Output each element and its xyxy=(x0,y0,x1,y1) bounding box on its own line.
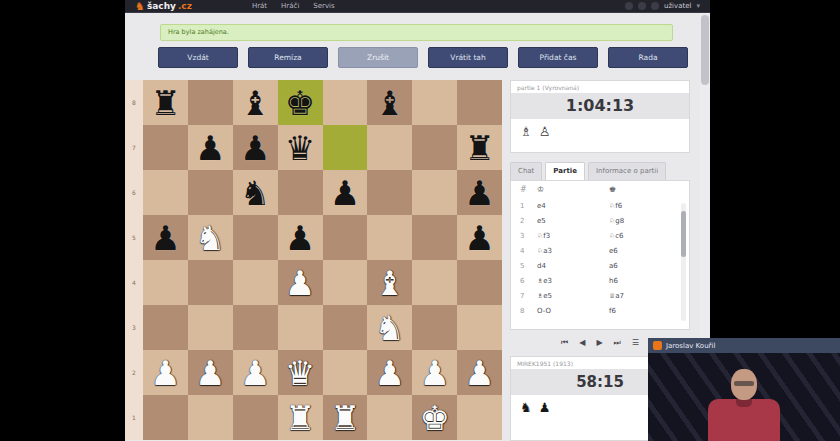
square-g7[interactable] xyxy=(412,125,457,170)
stream-logo-icon xyxy=(653,341,662,350)
opponent-card: partie 1 (Vyrovnaná) 1:04:13 ♗♙ xyxy=(510,80,690,153)
white-pawn: ♟ xyxy=(150,356,180,390)
commentator-webcam[interactable]: Jaroslav Kouřil xyxy=(648,338,840,441)
square-c3[interactable] xyxy=(233,305,278,350)
move-row-7: 7♗e5♕a7 xyxy=(511,288,679,303)
black-queen: ♛ xyxy=(285,131,315,165)
move-number: 1 xyxy=(511,198,533,213)
move-number: 4 xyxy=(511,243,533,258)
opponent-clock: 1:04:13 xyxy=(511,93,689,119)
move-table: # ♔ ♚ 1e4♘f62e5♘g83♘f3♘c64♘a3e65d4a66♗e3… xyxy=(511,181,679,318)
white-king: ♚ xyxy=(419,401,449,435)
black-knight: ♞ xyxy=(240,176,270,210)
square-d7[interactable]: ♛ xyxy=(278,125,323,170)
black-pawn: ♟ xyxy=(285,221,315,255)
white-move[interactable]: e5 xyxy=(533,213,605,228)
square-f1[interactable] xyxy=(367,395,412,440)
nav-icon-3[interactable] xyxy=(651,2,659,10)
nav-item-servis[interactable]: Servis xyxy=(313,2,334,10)
nav-icon-2[interactable] xyxy=(638,2,646,10)
opponent-captured-tray: ♗♙ xyxy=(511,119,689,143)
square-f4[interactable]: ♝ xyxy=(367,260,412,305)
square-e4[interactable] xyxy=(323,260,368,305)
vzdat-button[interactable]: Vzdát xyxy=(158,47,238,68)
black-move[interactable]: a6 xyxy=(605,258,679,273)
tab-informace-o-partii[interactable]: Informace o partii xyxy=(588,162,666,180)
square-e7[interactable] xyxy=(323,125,368,170)
square-c6[interactable]: ♞ xyxy=(233,170,278,215)
square-c7[interactable]: ♟ xyxy=(233,125,278,170)
square-d1[interactable]: ♜ xyxy=(278,395,323,440)
black-pawn: ♟ xyxy=(464,221,494,255)
chevron-down-icon[interactable]: ▾ xyxy=(696,2,700,10)
move-row-3: 3♘f3♘c6 xyxy=(511,228,679,243)
knight-logo-icon: ♞ xyxy=(135,1,145,12)
square-g5[interactable] xyxy=(412,215,457,260)
prev-move-button[interactable]: ◀ xyxy=(579,338,585,348)
square-b8[interactable] xyxy=(188,80,233,125)
white-pawn: ♟ xyxy=(375,356,405,390)
square-e3[interactable] xyxy=(323,305,368,350)
square-h6[interactable]: ♟ xyxy=(457,170,502,215)
captured-black-piece-icon: ♞ xyxy=(520,400,532,415)
white-pawn: ♟ xyxy=(240,356,270,390)
site-logo[interactable]: ♞ šachy .cz xyxy=(135,1,192,12)
black-rook: ♜ xyxy=(150,86,180,120)
white-knight: ♞ xyxy=(375,311,405,345)
square-d6[interactable] xyxy=(278,170,323,215)
webcam-title-bar: Jaroslav Kouřil xyxy=(648,338,840,353)
white-pawn: ♟ xyxy=(464,356,494,390)
square-c8[interactable]: ♝ xyxy=(233,80,278,125)
nav-icon-1[interactable] xyxy=(625,2,633,10)
square-h4[interactable] xyxy=(457,260,502,305)
remiza-button[interactable]: Remíza xyxy=(248,47,328,68)
move-number: 7 xyxy=(511,288,533,303)
commentator-name: Jaroslav Kouřil xyxy=(666,342,715,350)
white-rook: ♜ xyxy=(285,401,315,435)
logo-text: šachy xyxy=(147,1,176,11)
chess-board: ♜♝♚♝♟♟♛♜♞♟♟♟♞♟♟♟♝♞♟♟♟♛♟♟♟♜♜♚ xyxy=(143,80,502,440)
square-h1[interactable] xyxy=(457,395,502,440)
white-move[interactable]: ♗e5 xyxy=(533,288,605,303)
move-list-card: # ♔ ♚ 1e4♘f62e5♘g83♘f3♘c64♘a3e65d4a66♗e3… xyxy=(510,180,690,330)
black-pawn: ♟ xyxy=(150,221,180,255)
square-b4[interactable] xyxy=(188,260,233,305)
square-a4[interactable] xyxy=(143,260,188,305)
black-pawn: ♟ xyxy=(330,176,360,210)
pridat-cas-button[interactable]: Přidat čas xyxy=(518,47,598,68)
move-number: 2 xyxy=(511,213,533,228)
rank-label-7: 7 xyxy=(125,125,143,170)
glasses-icon xyxy=(734,381,754,386)
captured-white-piece-icon: ♗ xyxy=(520,124,532,139)
black-pawn: ♟ xyxy=(195,131,225,165)
square-h3[interactable] xyxy=(457,305,502,350)
square-g4[interactable] xyxy=(412,260,457,305)
black-move[interactable]: h6 xyxy=(605,273,679,288)
black-move[interactable]: f6 xyxy=(605,303,679,318)
square-d8[interactable]: ♚ xyxy=(278,80,323,125)
first-move-button[interactable]: ⏮ xyxy=(561,338,568,348)
black-king-icon: ♚ xyxy=(605,181,679,198)
white-move[interactable]: e4 xyxy=(533,198,605,213)
next-move-button[interactable]: ▶ xyxy=(596,338,602,348)
move-table-body: 1e4♘f62e5♘g83♘f3♘c64♘a3e65d4a66♗e3h67♗e5… xyxy=(511,198,679,318)
black-rook: ♜ xyxy=(464,131,494,165)
nav-username[interactable]: uživatel xyxy=(664,2,691,10)
square-e6[interactable]: ♟ xyxy=(323,170,368,215)
captured-white-piece-icon: ♙ xyxy=(539,124,551,139)
vratit-tah-button[interactable]: Vrátit tah xyxy=(428,47,508,68)
square-d3[interactable] xyxy=(278,305,323,350)
square-h2[interactable]: ♟ xyxy=(457,350,502,395)
nav-menu: HrátHráčiServis xyxy=(252,2,335,10)
white-move[interactable]: ♗e3 xyxy=(533,273,605,288)
move-col-number: # xyxy=(511,181,533,198)
square-b1[interactable] xyxy=(188,395,233,440)
move-number: 8 xyxy=(511,303,533,318)
black-king: ♚ xyxy=(285,86,315,120)
nav-item-hraci[interactable]: Hráči xyxy=(281,2,299,10)
white-knight: ♞ xyxy=(195,221,225,255)
page-content: ♞ šachy .cz HrátHráčiServis uživatel ▾ H… xyxy=(125,0,710,441)
square-f7[interactable] xyxy=(367,125,412,170)
square-a5[interactable]: ♟ xyxy=(143,215,188,260)
panel-tabs: ChatPartieInformace o partii xyxy=(510,160,690,180)
move-list-scrollbar-thumb[interactable] xyxy=(681,211,686,257)
white-bishop: ♝ xyxy=(375,266,405,300)
move-row-1: 1e4♘f6 xyxy=(511,198,679,213)
square-b6[interactable] xyxy=(188,170,233,215)
captured-black-piece-icon: ♟ xyxy=(539,400,551,415)
rank-label-2: 2 xyxy=(125,350,143,395)
commentator-collar xyxy=(736,399,752,407)
square-b2[interactable]: ♟ xyxy=(188,350,233,395)
square-h8[interactable] xyxy=(457,80,502,125)
square-c5[interactable] xyxy=(233,215,278,260)
white-pawn: ♟ xyxy=(195,356,225,390)
last-move-button[interactable]: ⏭ xyxy=(614,338,621,348)
page-scrollbar-thumb[interactable] xyxy=(701,15,709,85)
rank-label-6: 6 xyxy=(125,170,143,215)
game-started-alert: Hra byla zahájena. xyxy=(160,24,673,41)
black-pawn: ♟ xyxy=(240,131,270,165)
white-pawn: ♟ xyxy=(419,356,449,390)
square-g2[interactable]: ♟ xyxy=(412,350,457,395)
black-move[interactable]: ♘c6 xyxy=(605,228,679,243)
opponent-name[interactable]: partie 1 (Vyrovnaná) xyxy=(511,81,689,93)
square-e2[interactable] xyxy=(323,350,368,395)
square-b7[interactable]: ♟ xyxy=(188,125,233,170)
white-move[interactable]: d4 xyxy=(533,258,605,273)
black-move[interactable]: ♕a7 xyxy=(605,288,679,303)
square-c1[interactable] xyxy=(233,395,278,440)
square-h7[interactable]: ♜ xyxy=(457,125,502,170)
square-e1[interactable]: ♜ xyxy=(323,395,368,440)
black-move[interactable]: ♘g8 xyxy=(605,213,679,228)
square-f3[interactable]: ♞ xyxy=(367,305,412,350)
square-a6[interactable] xyxy=(143,170,188,215)
square-c2[interactable]: ♟ xyxy=(233,350,278,395)
move-row-6: 6♗e3h6 xyxy=(511,273,679,288)
rank-label-8: 8 xyxy=(125,80,143,125)
square-d5[interactable]: ♟ xyxy=(278,215,323,260)
square-b3[interactable] xyxy=(188,305,233,350)
move-number: 6 xyxy=(511,273,533,288)
white-move[interactable]: ♘a3 xyxy=(533,243,605,258)
square-a1[interactable] xyxy=(143,395,188,440)
square-f5[interactable] xyxy=(367,215,412,260)
white-move[interactable]: ♘f3 xyxy=(533,228,605,243)
logo-suffix: .cz xyxy=(178,1,192,11)
black-bishop: ♝ xyxy=(240,86,270,120)
zrusit-button[interactable]: Zrušit xyxy=(338,47,418,68)
square-a8[interactable]: ♜ xyxy=(143,80,188,125)
tab-chat[interactable]: Chat xyxy=(510,162,542,180)
white-king-icon: ♔ xyxy=(533,181,605,198)
square-f2[interactable]: ♟ xyxy=(367,350,412,395)
commentator-head xyxy=(731,369,757,400)
top-navbar: ♞ šachy .cz HrátHráčiServis uživatel ▾ xyxy=(125,0,710,13)
tab-partie[interactable]: Partie xyxy=(545,162,585,180)
square-f8[interactable]: ♝ xyxy=(367,80,412,125)
square-d4[interactable]: ♟ xyxy=(278,260,323,305)
webcam-video xyxy=(648,353,840,441)
black-move[interactable]: e6 xyxy=(605,243,679,258)
white-move[interactable]: O-O xyxy=(533,303,605,318)
action-button-row: VzdátRemízaZrušitVrátit tahPřidat časRad… xyxy=(158,47,688,68)
black-pawn: ♟ xyxy=(464,176,494,210)
move-row-5: 5d4a6 xyxy=(511,258,679,273)
move-menu-button[interactable]: ☰ xyxy=(632,338,639,348)
move-row-8: 8O-Of6 xyxy=(511,303,679,318)
rank-labels: 87654321 xyxy=(125,80,143,440)
white-queen: ♛ xyxy=(285,356,315,390)
square-b5[interactable]: ♞ xyxy=(188,215,233,260)
square-g8[interactable] xyxy=(412,80,457,125)
square-f6[interactable] xyxy=(367,170,412,215)
square-e8[interactable] xyxy=(323,80,368,125)
square-a3[interactable] xyxy=(143,305,188,350)
rank-label-3: 3 xyxy=(125,305,143,350)
square-e5[interactable] xyxy=(323,215,368,260)
nav-right: uživatel ▾ xyxy=(625,2,700,10)
square-h5[interactable]: ♟ xyxy=(457,215,502,260)
square-g6[interactable] xyxy=(412,170,457,215)
white-rook: ♜ xyxy=(330,401,360,435)
square-a2[interactable]: ♟ xyxy=(143,350,188,395)
square-a7[interactable] xyxy=(143,125,188,170)
move-number: 5 xyxy=(511,258,533,273)
video-frame: ♞ šachy .cz HrátHráčiServis uživatel ▾ H… xyxy=(0,0,840,441)
black-move[interactable]: ♘f6 xyxy=(605,198,679,213)
square-d2[interactable]: ♛ xyxy=(278,350,323,395)
nav-item-hrat[interactable]: Hrát xyxy=(252,2,267,10)
move-list-scrollbar[interactable] xyxy=(681,203,686,321)
rank-label-1: 1 xyxy=(125,395,143,440)
move-row-4: 4♘a3e6 xyxy=(511,243,679,258)
move-number: 3 xyxy=(511,228,533,243)
square-c4[interactable] xyxy=(233,260,278,305)
square-g1[interactable]: ♚ xyxy=(412,395,457,440)
black-bishop: ♝ xyxy=(375,86,405,120)
move-row-2: 2e5♘g8 xyxy=(511,213,679,228)
square-g3[interactable] xyxy=(412,305,457,350)
rank-label-4: 4 xyxy=(125,260,143,305)
white-pawn: ♟ xyxy=(285,266,315,300)
rada-button[interactable]: Rada xyxy=(608,47,688,68)
rank-label-5: 5 xyxy=(125,215,143,260)
